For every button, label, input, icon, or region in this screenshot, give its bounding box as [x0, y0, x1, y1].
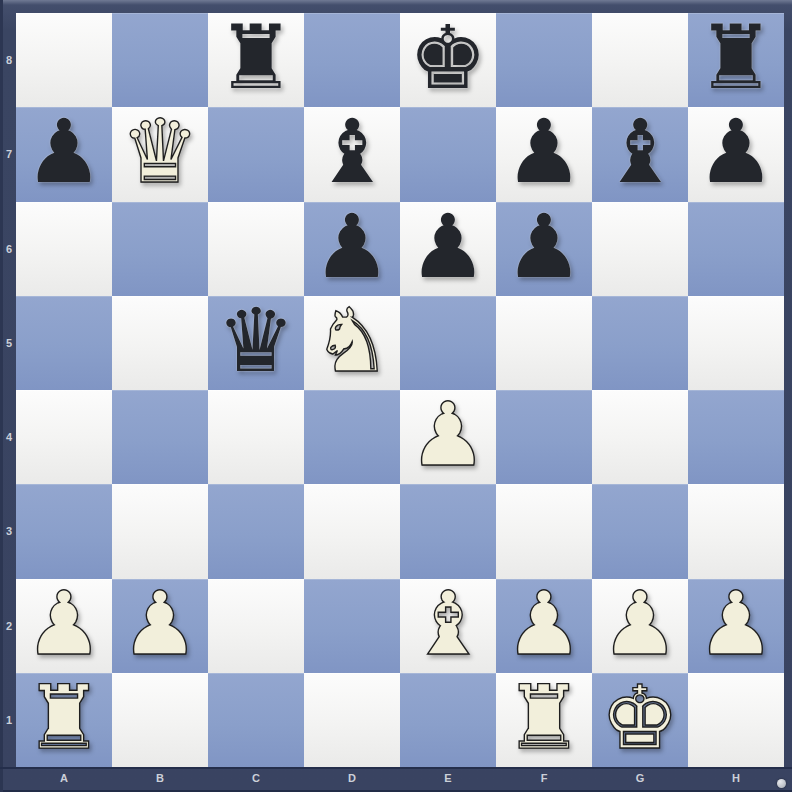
piece-black-rook[interactable]: ♜︎ — [697, 14, 776, 102]
piece-white-bishop[interactable]: ♝︎ — [409, 580, 488, 668]
piece-white-pawn[interactable]: ♟︎ — [505, 580, 584, 668]
square-f4[interactable] — [496, 390, 592, 484]
rank-label-1: 1 — [0, 673, 16, 767]
square-g4[interactable] — [592, 390, 688, 484]
square-h8[interactable]: ♜︎ — [688, 13, 784, 107]
file-label-d: D — [304, 767, 400, 792]
piece-white-rook[interactable]: ♜︎ — [505, 674, 584, 762]
square-h7[interactable]: ♟︎ — [688, 107, 784, 201]
square-d2[interactable] — [304, 579, 400, 673]
piece-white-knight[interactable]: ♞︎ — [313, 297, 392, 385]
square-c1[interactable] — [208, 673, 304, 767]
square-e7[interactable] — [400, 107, 496, 201]
rank-labels: 87654321 — [0, 13, 16, 767]
square-g3[interactable] — [592, 484, 688, 578]
piece-white-queen[interactable]: ♛︎ — [121, 108, 200, 196]
piece-white-pawn[interactable]: ♟︎ — [697, 580, 776, 668]
square-b8[interactable] — [112, 13, 208, 107]
square-d8[interactable] — [304, 13, 400, 107]
piece-black-pawn[interactable]: ♟︎ — [313, 203, 392, 291]
piece-black-bishop[interactable]: ♝︎ — [601, 108, 680, 196]
square-f1[interactable]: ♜︎ — [496, 673, 592, 767]
file-label-b: B — [112, 767, 208, 792]
square-g1[interactable]: ♚︎ — [592, 673, 688, 767]
piece-black-rook[interactable]: ♜︎ — [217, 14, 296, 102]
file-label-f: F — [496, 767, 592, 792]
square-b2[interactable]: ♟︎ — [112, 579, 208, 673]
piece-white-rook[interactable]: ♜︎ — [25, 674, 104, 762]
square-e2[interactable]: ♝︎ — [400, 579, 496, 673]
rank-label-3: 3 — [0, 484, 16, 578]
piece-black-pawn[interactable]: ♟︎ — [697, 108, 776, 196]
square-b1[interactable] — [112, 673, 208, 767]
rank-label-2: 2 — [0, 579, 16, 673]
square-h3[interactable] — [688, 484, 784, 578]
piece-white-king[interactable]: ♚︎ — [601, 674, 680, 762]
square-d6[interactable]: ♟︎ — [304, 202, 400, 296]
square-b7[interactable]: ♛︎ — [112, 107, 208, 201]
square-c8[interactable]: ♜︎ — [208, 13, 304, 107]
square-f7[interactable]: ♟︎ — [496, 107, 592, 201]
square-h2[interactable]: ♟︎ — [688, 579, 784, 673]
square-c2[interactable] — [208, 579, 304, 673]
piece-black-king[interactable]: ♚︎ — [409, 14, 488, 102]
file-label-a: A — [16, 767, 112, 792]
square-f5[interactable] — [496, 296, 592, 390]
rank-label-6: 6 — [0, 202, 16, 296]
square-e1[interactable] — [400, 673, 496, 767]
square-e8[interactable]: ♚︎ — [400, 13, 496, 107]
square-g8[interactable] — [592, 13, 688, 107]
square-h6[interactable] — [688, 202, 784, 296]
square-c6[interactable] — [208, 202, 304, 296]
rank-label-5: 5 — [0, 296, 16, 390]
square-e5[interactable] — [400, 296, 496, 390]
file-label-h: H — [688, 767, 784, 792]
square-e6[interactable]: ♟︎ — [400, 202, 496, 296]
square-f3[interactable] — [496, 484, 592, 578]
piece-black-pawn[interactable]: ♟︎ — [505, 203, 584, 291]
square-a2[interactable]: ♟︎ — [16, 579, 112, 673]
square-h4[interactable] — [688, 390, 784, 484]
file-label-g: G — [592, 767, 688, 792]
square-c5[interactable]: ♛︎ — [208, 296, 304, 390]
rank-label-7: 7 — [0, 107, 16, 201]
square-a8[interactable] — [16, 13, 112, 107]
square-a5[interactable] — [16, 296, 112, 390]
square-a3[interactable] — [16, 484, 112, 578]
square-b4[interactable] — [112, 390, 208, 484]
file-label-e: E — [400, 767, 496, 792]
square-a4[interactable] — [16, 390, 112, 484]
piece-black-bishop[interactable]: ♝︎ — [313, 108, 392, 196]
square-g5[interactable] — [592, 296, 688, 390]
piece-black-pawn[interactable]: ♟︎ — [505, 108, 584, 196]
piece-white-pawn[interactable]: ♟︎ — [121, 580, 200, 668]
square-c7[interactable] — [208, 107, 304, 201]
square-c4[interactable] — [208, 390, 304, 484]
rank-label-8: 8 — [0, 13, 16, 107]
square-a1[interactable]: ♜︎ — [16, 673, 112, 767]
square-g6[interactable] — [592, 202, 688, 296]
square-d3[interactable] — [304, 484, 400, 578]
file-labels: ABCDEFGH — [16, 767, 784, 792]
square-g2[interactable]: ♟︎ — [592, 579, 688, 673]
square-a6[interactable] — [16, 202, 112, 296]
square-a7[interactable]: ♟︎ — [16, 107, 112, 201]
square-e4[interactable]: ♟︎ — [400, 390, 496, 484]
square-c3[interactable] — [208, 484, 304, 578]
square-b6[interactable] — [112, 202, 208, 296]
square-g7[interactable]: ♝︎ — [592, 107, 688, 201]
file-label-c: C — [208, 767, 304, 792]
square-d1[interactable] — [304, 673, 400, 767]
square-f6[interactable]: ♟︎ — [496, 202, 592, 296]
square-f2[interactable]: ♟︎ — [496, 579, 592, 673]
square-h5[interactable] — [688, 296, 784, 390]
piece-black-pawn[interactable]: ♟︎ — [409, 203, 488, 291]
square-b3[interactable] — [112, 484, 208, 578]
square-d4[interactable] — [304, 390, 400, 484]
piece-white-pawn[interactable]: ♟︎ — [601, 580, 680, 668]
square-d5[interactable]: ♞︎ — [304, 296, 400, 390]
square-e3[interactable] — [400, 484, 496, 578]
piece-white-pawn[interactable]: ♟︎ — [409, 391, 488, 479]
square-f8[interactable] — [496, 13, 592, 107]
square-h1[interactable] — [688, 673, 784, 767]
square-b5[interactable] — [112, 296, 208, 390]
piece-white-pawn[interactable]: ♟︎ — [25, 580, 104, 668]
square-d7[interactable]: ♝︎ — [304, 107, 400, 201]
piece-black-pawn[interactable]: ♟︎ — [25, 108, 104, 196]
piece-black-queen[interactable]: ♛︎ — [217, 297, 296, 385]
rank-label-4: 4 — [0, 390, 16, 484]
white-to-move-indicator-dot — [777, 779, 786, 788]
board-frame: 87654321 ♜︎♚︎♜︎♟︎♛︎♝︎♟︎♝︎♟︎♟︎♟︎♟︎♛︎♞︎♟︎♟… — [0, 0, 792, 792]
chess-board: ♜︎♚︎♜︎♟︎♛︎♝︎♟︎♝︎♟︎♟︎♟︎♟︎♛︎♞︎♟︎♟︎♟︎♝︎♟︎♟︎… — [16, 13, 784, 767]
